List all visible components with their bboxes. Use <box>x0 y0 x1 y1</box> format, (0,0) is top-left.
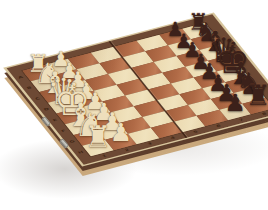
file-label-e: E <box>52 119 58 123</box>
rank-label-1: 1 <box>101 154 107 158</box>
chess-set-photo: 12345678ABCDEFGH ♜♞♝♛♚♝♞♜♟♟♟♟♟♟♟♟♟♟♟♟♟♟♟… <box>0 0 268 210</box>
rank-label-4: 4 <box>170 136 176 140</box>
file-label-a: A <box>18 76 25 80</box>
rank-label-5: 5 <box>193 130 199 134</box>
file-label-f: F <box>61 129 67 133</box>
chess-board: 12345678ABCDEFGH <box>7 14 268 164</box>
rank-label-3: 3 <box>147 142 153 146</box>
file-label-d: D <box>43 108 50 112</box>
file-label-h: H <box>77 151 84 155</box>
file-label-c: C <box>35 97 41 101</box>
rank-label-7: 7 <box>239 118 245 122</box>
file-label-g: G <box>69 140 76 144</box>
rank-label-8: 8 <box>261 112 267 116</box>
file-label-b: B <box>26 86 33 90</box>
rank-label-2: 2 <box>124 148 130 152</box>
rank-label-6: 6 <box>216 124 222 128</box>
